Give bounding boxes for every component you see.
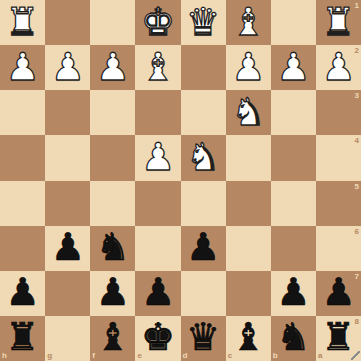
square-b6[interactable] [271,226,316,271]
square-c7[interactable] [226,271,271,316]
square-d2[interactable] [181,45,226,90]
white-king[interactable]: ♚ [141,3,175,41]
square-a5[interactable]: 5 [316,181,361,226]
square-a2[interactable]: ♟2 [316,45,361,90]
black-pawn[interactable]: ♟ [6,273,40,311]
square-d5[interactable] [181,181,226,226]
square-a3[interactable]: 3 [316,90,361,135]
board-resize-handle-icon[interactable] [351,351,360,360]
white-knight[interactable]: ♞ [186,138,220,176]
square-h2[interactable]: ♟ [0,45,45,90]
black-rook[interactable]: ♜ [6,318,40,356]
black-queen[interactable]: ♛ [186,318,220,356]
white-rook[interactable]: ♜ [321,3,355,41]
white-bishop[interactable]: ♝ [231,3,265,41]
square-e5[interactable] [135,181,180,226]
square-f7[interactable]: ♟ [90,271,135,316]
black-king[interactable]: ♚ [141,318,175,356]
square-f8[interactable]: ♝f [90,316,135,361]
square-e8[interactable]: ♚e [135,316,180,361]
square-e1[interactable]: ♚ [135,0,180,45]
square-c2[interactable]: ♟ [226,45,271,90]
square-a4[interactable]: 4 [316,135,361,180]
square-h3[interactable] [0,90,45,135]
square-h6[interactable] [0,226,45,271]
square-g7[interactable] [45,271,90,316]
square-g8[interactable]: g [45,316,90,361]
square-f1[interactable] [90,0,135,45]
square-b1[interactable] [271,0,316,45]
square-b3[interactable] [271,90,316,135]
white-pawn[interactable]: ♟ [276,48,310,86]
white-pawn[interactable]: ♟ [51,48,85,86]
square-c1[interactable]: ♝ [226,0,271,45]
square-d3[interactable] [181,90,226,135]
square-f5[interactable] [90,181,135,226]
square-g4[interactable] [45,135,90,180]
square-g2[interactable]: ♟ [45,45,90,90]
square-h5[interactable] [0,181,45,226]
square-c6[interactable] [226,226,271,271]
square-a6[interactable]: 6 [316,226,361,271]
square-f2[interactable]: ♟ [90,45,135,90]
square-h8[interactable]: ♜h [0,316,45,361]
square-c5[interactable] [226,181,271,226]
square-e3[interactable] [135,90,180,135]
square-a1[interactable]: ♜1 [316,0,361,45]
black-bishop[interactable]: ♝ [231,318,265,356]
square-g1[interactable] [45,0,90,45]
square-f4[interactable] [90,135,135,180]
square-h7[interactable]: ♟ [0,271,45,316]
square-e2[interactable]: ♝ [135,45,180,90]
white-rook[interactable]: ♜ [6,3,40,41]
file-label-f: f [92,352,95,360]
black-pawn[interactable]: ♟ [321,273,355,311]
square-c8[interactable]: ♝c [226,316,271,361]
black-knight[interactable]: ♞ [96,228,130,266]
square-h1[interactable]: ♜ [0,0,45,45]
square-a7[interactable]: ♟7 [316,271,361,316]
square-d1[interactable]: ♛ [181,0,226,45]
square-g5[interactable] [45,181,90,226]
square-e7[interactable]: ♟ [135,271,180,316]
square-d6[interactable]: ♟ [181,226,226,271]
square-g6[interactable]: ♟ [45,226,90,271]
square-d7[interactable] [181,271,226,316]
square-c3[interactable]: ♞ [226,90,271,135]
rank-label-4: 4 [355,137,359,145]
white-queen[interactable]: ♛ [186,3,220,41]
black-bishop[interactable]: ♝ [96,318,130,356]
square-e4[interactable]: ♟ [135,135,180,180]
square-f3[interactable] [90,90,135,135]
square-h4[interactable] [0,135,45,180]
black-pawn[interactable]: ♟ [186,228,220,266]
file-label-g: g [47,352,52,360]
square-b2[interactable]: ♟ [271,45,316,90]
white-pawn[interactable]: ♟ [321,48,355,86]
white-pawn[interactable]: ♟ [141,138,175,176]
white-pawn[interactable]: ♟ [96,48,130,86]
black-pawn[interactable]: ♟ [141,273,175,311]
square-e6[interactable] [135,226,180,271]
white-knight[interactable]: ♞ [231,93,265,131]
square-b8[interactable]: ♞b [271,316,316,361]
white-pawn[interactable]: ♟ [6,48,40,86]
chess-board: ♜♚♛♝♜1♟♟♟♝♟♟♟2♞3♟♞45♟♞♟6♟♟♟♟♟7♜hg♝f♚e♛d♝… [0,0,361,361]
square-d4[interactable]: ♞ [181,135,226,180]
square-g3[interactable] [45,90,90,135]
square-b4[interactable] [271,135,316,180]
black-pawn[interactable]: ♟ [276,273,310,311]
black-pawn[interactable]: ♟ [96,273,130,311]
square-c4[interactable] [226,135,271,180]
black-pawn[interactable]: ♟ [51,228,85,266]
white-bishop[interactable]: ♝ [141,48,175,86]
square-b7[interactable]: ♟ [271,271,316,316]
white-pawn[interactable]: ♟ [231,48,265,86]
rank-label-5: 5 [355,183,359,191]
rank-label-6: 6 [355,228,359,236]
rank-label-3: 3 [355,92,359,100]
black-knight[interactable]: ♞ [276,318,310,356]
square-f6[interactable]: ♞ [90,226,135,271]
square-d8[interactable]: ♛d [181,316,226,361]
square-b5[interactable] [271,181,316,226]
